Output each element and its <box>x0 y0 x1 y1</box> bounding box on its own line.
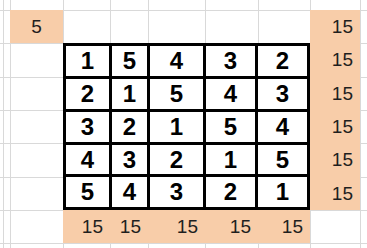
col-sum-cell[interactable]: 15 <box>110 210 148 243</box>
col-sum-cell[interactable]: 15 <box>205 210 258 243</box>
grid-cell[interactable]: 2 <box>258 46 307 76</box>
col-sum-cell[interactable]: 15 <box>258 210 310 243</box>
grid-cell[interactable]: 1 <box>206 145 255 174</box>
grid-cell[interactable]: 3 <box>258 79 307 109</box>
col-sum-cell[interactable]: 15 <box>148 210 205 243</box>
grid-cell[interactable]: 1 <box>258 177 307 207</box>
row-sum-cell[interactable]: 15 <box>310 77 360 110</box>
grid-cell[interactable]: 3 <box>112 145 147 174</box>
grid-cell[interactable]: 2 <box>206 177 255 207</box>
grid-cell[interactable]: 2 <box>112 112 147 142</box>
grid-cell[interactable]: 4 <box>258 112 307 142</box>
grid-cell[interactable]: 1 <box>66 46 109 76</box>
grid-cell[interactable]: 2 <box>150 145 203 174</box>
sheet-gridline <box>0 243 367 244</box>
row-sums-column: 15 15 15 15 15 15 <box>310 10 360 210</box>
grid-cell[interactable]: 3 <box>66 112 109 142</box>
grid-cell[interactable]: 4 <box>206 79 255 109</box>
row-sum-cell[interactable]: 15 <box>310 143 360 177</box>
grid-cell[interactable]: 5 <box>258 145 307 174</box>
puzzle-grid: 1 5 4 3 2 2 1 5 4 3 3 2 1 5 4 4 3 2 1 5 … <box>63 43 310 210</box>
grid-cell[interactable]: 3 <box>150 177 203 207</box>
grid-cell[interactable]: 4 <box>150 46 203 76</box>
row-sum-cell[interactable]: 15 <box>310 110 360 143</box>
antidiagonal-sum-cell[interactable]: 15 <box>310 10 360 43</box>
diagonal-sum-cell[interactable]: 5 <box>10 10 63 43</box>
grid-cell[interactable]: 5 <box>112 46 147 76</box>
grid-cell[interactable]: 2 <box>66 79 109 109</box>
grid-cell[interactable]: 4 <box>66 145 109 174</box>
row-sum-cell[interactable]: 15 <box>310 177 360 210</box>
grid-cell[interactable]: 3 <box>206 46 255 76</box>
row-sum-cell[interactable]: 15 <box>310 43 360 77</box>
grid-cell[interactable]: 5 <box>206 112 255 142</box>
grid-cell[interactable]: 1 <box>150 112 203 142</box>
grid-cell[interactable]: 5 <box>150 79 203 109</box>
grid-cell[interactable]: 4 <box>112 177 147 207</box>
col-sums-row: 15 15 15 15 15 <box>63 210 310 243</box>
grid-cell[interactable]: 5 <box>66 177 109 207</box>
col-sum-cell[interactable]: 15 <box>63 210 110 243</box>
grid-cell[interactable]: 1 <box>112 79 147 109</box>
